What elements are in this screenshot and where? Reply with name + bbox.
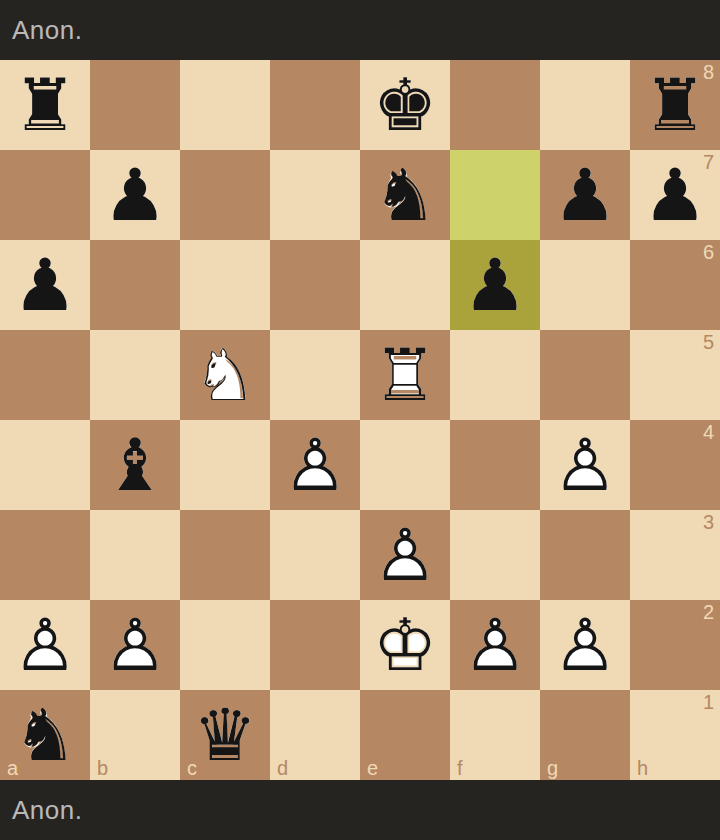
square-c2[interactable] xyxy=(180,600,270,690)
square-h6[interactable]: 6 xyxy=(630,240,720,330)
square-b6[interactable] xyxy=(90,240,180,330)
knight-glyph: ♞ xyxy=(360,150,450,240)
square-a2[interactable]: ♟♙ xyxy=(0,600,90,690)
piece-black-pawn[interactable]: ♙♟ xyxy=(540,150,630,240)
top-player-bar: Anon. xyxy=(0,0,720,60)
square-c4[interactable] xyxy=(180,420,270,510)
square-d6[interactable] xyxy=(270,240,360,330)
pawn-glyph: ♟ xyxy=(0,240,90,330)
square-e7[interactable]: ♘♞ xyxy=(360,150,450,240)
square-c8[interactable] xyxy=(180,60,270,150)
square-d3[interactable] xyxy=(270,510,360,600)
piece-black-rook[interactable]: ♖♜ xyxy=(0,60,90,150)
queen-glyph: ♛ xyxy=(180,690,270,780)
square-d7[interactable] xyxy=(270,150,360,240)
bishop-glyph: ♝ xyxy=(90,420,180,510)
rook-glyph: ♖ xyxy=(360,330,450,420)
file-label-e: e xyxy=(367,757,378,780)
square-h5[interactable]: 5 xyxy=(630,330,720,420)
piece-black-rook[interactable]: ♖♜ xyxy=(630,60,720,150)
knight-glyph: ♘ xyxy=(180,330,270,420)
pawn-glyph: ♟ xyxy=(90,150,180,240)
square-f1[interactable]: f xyxy=(450,690,540,780)
square-h2[interactable]: 2 xyxy=(630,600,720,690)
square-f5[interactable] xyxy=(450,330,540,420)
square-g3[interactable] xyxy=(540,510,630,600)
piece-black-king[interactable]: ♔♚ xyxy=(360,60,450,150)
rank-label-1: 1 xyxy=(703,691,714,714)
rank-label-5: 5 xyxy=(703,331,714,354)
rook-glyph: ♜ xyxy=(0,60,90,150)
file-label-f: f xyxy=(457,757,463,780)
square-e4[interactable] xyxy=(360,420,450,510)
square-a8[interactable]: ♖♜ xyxy=(0,60,90,150)
square-g6[interactable] xyxy=(540,240,630,330)
pawn-glyph: ♟ xyxy=(630,150,720,240)
piece-white-knight[interactable]: ♞♘ xyxy=(180,330,270,420)
pawn-glyph: ♙ xyxy=(540,420,630,510)
square-c1[interactable]: c♕♛ xyxy=(180,690,270,780)
piece-black-pawn[interactable]: ♙♟ xyxy=(630,150,720,240)
bottom-player-name: Anon. xyxy=(12,795,82,826)
pawn-glyph: ♙ xyxy=(360,510,450,600)
piece-black-knight[interactable]: ♘♞ xyxy=(360,150,450,240)
pawn-glyph: ♙ xyxy=(270,420,360,510)
piece-white-pawn[interactable]: ♟♙ xyxy=(90,600,180,690)
square-b2[interactable]: ♟♙ xyxy=(90,600,180,690)
pawn-glyph: ♙ xyxy=(540,600,630,690)
square-d5[interactable] xyxy=(270,330,360,420)
square-b1[interactable]: b xyxy=(90,690,180,780)
piece-black-bishop[interactable]: ♗♝ xyxy=(90,420,180,510)
square-a5[interactable] xyxy=(0,330,90,420)
file-label-h: h xyxy=(637,757,648,780)
file-label-b: b xyxy=(97,757,108,780)
square-g5[interactable] xyxy=(540,330,630,420)
king-glyph: ♚ xyxy=(360,60,450,150)
pawn-glyph: ♙ xyxy=(0,600,90,690)
square-a1[interactable]: a♘♞ xyxy=(0,690,90,780)
square-e6[interactable] xyxy=(360,240,450,330)
square-g2[interactable]: ♟♙ xyxy=(540,600,630,690)
square-f7[interactable] xyxy=(450,150,540,240)
pawn-glyph: ♟ xyxy=(450,240,540,330)
square-f2[interactable]: ♟♙ xyxy=(450,600,540,690)
piece-white-king[interactable]: ♚♔ xyxy=(360,600,450,690)
square-a4[interactable] xyxy=(0,420,90,510)
square-h7[interactable]: 7♙♟ xyxy=(630,150,720,240)
chess-board[interactable]: ♖♜♔♚8♖♜♙♟♘♞♙♟7♙♟♙♟♙♟6♞♘♜♖5♗♝♟♙♟♙4♟♙3♟♙♟♙… xyxy=(0,60,720,780)
square-b7[interactable]: ♙♟ xyxy=(90,150,180,240)
piece-black-queen[interactable]: ♕♛ xyxy=(180,690,270,780)
square-f8[interactable] xyxy=(450,60,540,150)
pawn-glyph: ♟ xyxy=(540,150,630,240)
rank-label-4: 4 xyxy=(703,421,714,444)
square-h1[interactable]: 1h xyxy=(630,690,720,780)
piece-black-pawn[interactable]: ♙♟ xyxy=(0,240,90,330)
knight-glyph: ♞ xyxy=(0,690,90,780)
piece-black-pawn[interactable]: ♙♟ xyxy=(90,150,180,240)
square-f4[interactable] xyxy=(450,420,540,510)
square-b3[interactable] xyxy=(90,510,180,600)
piece-black-pawn[interactable]: ♙♟ xyxy=(450,240,540,330)
square-f6[interactable]: ♙♟ xyxy=(450,240,540,330)
piece-white-pawn[interactable]: ♟♙ xyxy=(540,420,630,510)
piece-black-knight[interactable]: ♘♞ xyxy=(0,690,90,780)
square-b8[interactable] xyxy=(90,60,180,150)
square-c5[interactable]: ♞♘ xyxy=(180,330,270,420)
rank-label-3: 3 xyxy=(703,511,714,534)
square-e3[interactable]: ♟♙ xyxy=(360,510,450,600)
piece-white-pawn[interactable]: ♟♙ xyxy=(270,420,360,510)
bottom-player-bar: Anon. xyxy=(0,780,720,840)
square-e5[interactable]: ♜♖ xyxy=(360,330,450,420)
rank-label-6: 6 xyxy=(703,241,714,264)
square-g8[interactable] xyxy=(540,60,630,150)
piece-white-pawn[interactable]: ♟♙ xyxy=(360,510,450,600)
square-a3[interactable] xyxy=(0,510,90,600)
king-glyph: ♔ xyxy=(360,600,450,690)
square-b5[interactable] xyxy=(90,330,180,420)
piece-white-pawn[interactable]: ♟♙ xyxy=(450,600,540,690)
square-e8[interactable]: ♔♚ xyxy=(360,60,450,150)
rank-label-2: 2 xyxy=(703,601,714,624)
piece-white-rook[interactable]: ♜♖ xyxy=(360,330,450,420)
square-d1[interactable]: d xyxy=(270,690,360,780)
square-g4[interactable]: ♟♙ xyxy=(540,420,630,510)
square-d8[interactable] xyxy=(270,60,360,150)
square-g7[interactable]: ♙♟ xyxy=(540,150,630,240)
square-f3[interactable] xyxy=(450,510,540,600)
square-c7[interactable] xyxy=(180,150,270,240)
square-h4[interactable]: 4 xyxy=(630,420,720,510)
pawn-glyph: ♙ xyxy=(90,600,180,690)
square-b4[interactable]: ♗♝ xyxy=(90,420,180,510)
pawn-glyph: ♙ xyxy=(450,600,540,690)
square-h3[interactable]: 3 xyxy=(630,510,720,600)
square-d4[interactable]: ♟♙ xyxy=(270,420,360,510)
square-d2[interactable] xyxy=(270,600,360,690)
file-label-d: d xyxy=(277,757,288,780)
piece-white-pawn[interactable]: ♟♙ xyxy=(0,600,90,690)
square-e2[interactable]: ♚♔ xyxy=(360,600,450,690)
square-a7[interactable] xyxy=(0,150,90,240)
square-h8[interactable]: 8♖♜ xyxy=(630,60,720,150)
square-c3[interactable] xyxy=(180,510,270,600)
square-c6[interactable] xyxy=(180,240,270,330)
top-player-name: Anon. xyxy=(12,15,82,46)
square-a6[interactable]: ♙♟ xyxy=(0,240,90,330)
square-e1[interactable]: e xyxy=(360,690,450,780)
square-g1[interactable]: g xyxy=(540,690,630,780)
piece-white-pawn[interactable]: ♟♙ xyxy=(540,600,630,690)
rook-glyph: ♜ xyxy=(630,60,720,150)
file-label-g: g xyxy=(547,757,558,780)
